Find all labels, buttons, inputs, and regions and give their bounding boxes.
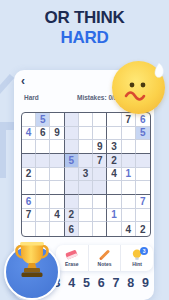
user-digit: 4 (26, 127, 32, 138)
sudoku-cell-r7c6[interactable] (93, 195, 107, 209)
user-digit: 6 (26, 196, 32, 207)
sudoku-cell-r8c5[interactable] (79, 209, 93, 223)
user-digit: 5 (68, 155, 74, 166)
sudoku-cell-r3c3[interactable] (50, 140, 64, 154)
sudoku-cell-r6c2[interactable] (36, 181, 50, 195)
sudoku-cell-r2c9[interactable]: 5 (136, 127, 150, 141)
given-digit: 7 (26, 209, 32, 220)
numpad-digit-6[interactable]: 6 (98, 276, 105, 290)
user-digit: 6 (140, 114, 146, 125)
headline-line1: OR THINK (0, 8, 169, 28)
given-digit: 2 (26, 168, 32, 179)
sudoku-cell-r4c8[interactable] (122, 154, 136, 168)
erase-button[interactable]: Erase (56, 245, 88, 271)
sudoku-cell-r2c2[interactable]: 6 (36, 127, 50, 141)
given-digit: 3 (111, 141, 117, 152)
sudoku-cell-r6c4[interactable] (65, 181, 79, 195)
sudoku-cell-r6c7[interactable] (107, 181, 121, 195)
sudoku-cell-r4c9[interactable] (136, 154, 150, 168)
sudoku-cell-r4c5[interactable] (79, 154, 93, 168)
sudoku-cell-r6c5[interactable] (79, 181, 93, 195)
sudoku-cell-r2c1[interactable]: 4 (22, 127, 36, 141)
given-digit: 6 (68, 224, 74, 235)
sudoku-cell-r2c3[interactable]: 9 (50, 127, 64, 141)
sudoku-cell-r9c4[interactable]: 6 (65, 222, 79, 236)
sudoku-cell-r8c6[interactable] (93, 209, 107, 223)
hint-count-badge: 3 (140, 247, 148, 255)
sudoku-cell-r4c4[interactable]: 5 (65, 154, 79, 168)
trophy-badge (4, 244, 60, 300)
given-digit: 2 (68, 209, 74, 220)
sudoku-cell-r5c5[interactable]: 3 (79, 168, 93, 182)
sudoku-cell-r2c4[interactable] (65, 127, 79, 141)
tool-bar: Erase Notes 3 Hint (56, 245, 153, 271)
given-digit: 7 (97, 155, 103, 166)
sudoku-cell-r4c3[interactable] (50, 154, 64, 168)
user-digit: 1 (125, 168, 131, 179)
notes-label: Notes (98, 261, 112, 267)
sudoku-cell-r6c6[interactable] (93, 181, 107, 195)
sudoku-cell-r9c6[interactable] (93, 222, 107, 236)
sudoku-cell-r9c7[interactable] (107, 222, 121, 236)
sudoku-cell-r5c4[interactable] (65, 168, 79, 182)
sudoku-cell-r8c7[interactable]: 1 (107, 209, 121, 223)
sudoku-cell-r3c7[interactable]: 3 (107, 140, 121, 154)
sudoku-cell-r7c1[interactable]: 6 (22, 195, 36, 209)
sudoku-cell-r2c5[interactable] (79, 127, 93, 141)
emoji-features-icon (112, 61, 165, 114)
sudoku-cell-r5c2[interactable] (36, 168, 50, 182)
sudoku-cell-r7c7[interactable] (107, 195, 121, 209)
sudoku-cell-r4c7[interactable]: 2 (107, 154, 121, 168)
numpad-digit-5[interactable]: 5 (83, 276, 90, 290)
given-digit: 4 (125, 224, 131, 235)
sudoku-cell-r5c9[interactable] (136, 168, 150, 182)
sudoku-cell-r6c8[interactable] (122, 181, 136, 195)
sudoku-cell-r3c8[interactable] (122, 140, 136, 154)
user-digit: 5 (40, 114, 46, 125)
back-button[interactable]: ‹ (21, 75, 25, 87)
sudoku-cell-r1c7[interactable] (107, 113, 121, 127)
sudoku-cell-r4c6[interactable]: 7 (93, 154, 107, 168)
sudoku-cell-r9c5[interactable] (79, 222, 93, 236)
sudoku-cell-r7c5[interactable] (79, 195, 93, 209)
sudoku-cell-r2c6[interactable] (93, 127, 107, 141)
sudoku-cell-r3c5[interactable] (79, 140, 93, 154)
headline-line2: HARD (0, 28, 169, 48)
sudoku-cell-r8c3[interactable]: 4 (50, 209, 64, 223)
sudoku-cell-r8c4[interactable]: 2 (65, 209, 79, 223)
sudoku-cell-r1c9[interactable]: 6 (136, 113, 150, 127)
sudoku-cell-r3c1[interactable] (22, 140, 36, 154)
sudoku-grid[interactable]: 5764695935722341677421642 (21, 112, 151, 237)
sudoku-cell-r1c4[interactable] (65, 113, 79, 127)
sudoku-cell-r3c4[interactable] (65, 140, 79, 154)
sudoku-cell-r4c1[interactable] (22, 154, 36, 168)
given-digit: 4 (54, 209, 60, 220)
user-digit: 7 (140, 196, 146, 207)
sudoku-cell-r1c8[interactable]: 7 (122, 113, 136, 127)
given-digit: 9 (97, 141, 103, 152)
given-digit: 7 (125, 114, 131, 125)
sudoku-cell-r9c9[interactable]: 2 (136, 222, 150, 236)
sudoku-cell-r5c3[interactable] (50, 168, 64, 182)
sudoku-cell-r1c2[interactable]: 5 (36, 113, 50, 127)
sudoku-cell-r1c5[interactable] (79, 113, 93, 127)
app-screen: OR THINK HARD ‹ Hard Mistakes: 0/3 57646… (0, 0, 169, 300)
sudoku-cell-r8c9[interactable] (136, 209, 150, 223)
sudoku-cell-r8c1[interactable]: 7 (22, 209, 36, 223)
numpad-digit-7[interactable]: 7 (113, 276, 120, 290)
sudoku-cell-r5c6[interactable] (93, 168, 107, 182)
sudoku-cell-r5c1[interactable]: 2 (22, 168, 36, 182)
sudoku-cell-r5c7[interactable]: 4 (107, 168, 121, 182)
hint-button[interactable]: 3 Hint (120, 245, 153, 271)
sudoku-cell-r7c4[interactable] (65, 195, 79, 209)
given-digit: 2 (111, 155, 117, 166)
user-digit: 1 (111, 209, 117, 220)
sudoku-cell-r7c2[interactable] (36, 195, 50, 209)
sudoku-cell-r3c6[interactable]: 9 (93, 140, 107, 154)
sudoku-cell-r1c3[interactable] (50, 113, 64, 127)
given-digit: 6 (40, 127, 46, 138)
given-digit: 9 (54, 127, 60, 138)
given-digit: 4 (111, 168, 117, 179)
sudoku-cell-r8c2[interactable] (36, 209, 50, 223)
sudoku-cell-r9c8[interactable]: 4 (122, 222, 136, 236)
sudoku-cell-r1c1[interactable] (22, 113, 36, 127)
sudoku-cell-r6c3[interactable] (50, 181, 64, 195)
notes-button[interactable]: Notes (88, 245, 121, 271)
sudoku-cell-r5c8[interactable]: 1 (122, 168, 136, 182)
given-digit: 2 (140, 224, 146, 235)
sudoku-cell-r7c8[interactable] (122, 195, 136, 209)
sudoku-cell-r9c3[interactable] (50, 222, 64, 236)
given-digit: 3 (83, 168, 89, 179)
sudoku-cell-r8c8[interactable] (122, 209, 136, 223)
sudoku-cell-r7c3[interactable] (50, 195, 64, 209)
sudoku-cell-r2c8[interactable] (122, 127, 136, 141)
numpad-digit-8[interactable]: 8 (127, 276, 134, 290)
numpad-digit-4[interactable]: 4 (68, 276, 75, 290)
pencil-icon (98, 249, 111, 260)
numpad-digit-9[interactable]: 9 (142, 276, 149, 290)
erase-label: Erase (65, 261, 79, 267)
hint-label: Hint (132, 261, 142, 267)
sudoku-cell-r4c2[interactable] (36, 154, 50, 168)
sudoku-cell-r3c9[interactable] (136, 140, 150, 154)
sudoku-cell-r1c6[interactable] (93, 113, 107, 127)
sudoku-cell-r7c9[interactable]: 7 (136, 195, 150, 209)
sweat-smiley-emoji (112, 61, 165, 114)
sudoku-cell-r6c9[interactable] (136, 181, 150, 195)
sudoku-cell-r2c7[interactable] (107, 127, 121, 141)
sudoku-cell-r9c2[interactable] (36, 222, 50, 236)
difficulty-label: Hard (24, 94, 39, 101)
sudoku-cell-r9c1[interactable] (22, 222, 36, 236)
sudoku-cell-r6c1[interactable] (22, 181, 36, 195)
user-digit: 5 (140, 127, 146, 138)
sudoku-cell-r3c2[interactable] (36, 140, 50, 154)
trophy-icon (14, 240, 50, 284)
eraser-icon (65, 249, 78, 260)
